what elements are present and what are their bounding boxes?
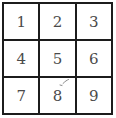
cell-r1c1[interactable]: 1 (4, 4, 38, 39)
cell-r2c2[interactable]: 5 (40, 41, 74, 76)
cell-r1c3[interactable]: 3 (77, 4, 111, 39)
cell-r2c1[interactable]: 4 (4, 41, 38, 76)
cell-r3c1[interactable]: 7 (4, 78, 38, 113)
grid-3x3: 1 2 3 4 5 6 7 8 9 (2, 2, 113, 115)
cell-r3c3[interactable]: 9 (77, 78, 111, 113)
cell-r2c3[interactable]: 6 (77, 41, 111, 76)
cell-r1c2[interactable]: 2 (40, 4, 74, 39)
cell-r3c2[interactable]: 8 (40, 78, 74, 113)
number-grid-board: 1 2 3 4 5 6 7 8 9 (0, 0, 116, 118)
